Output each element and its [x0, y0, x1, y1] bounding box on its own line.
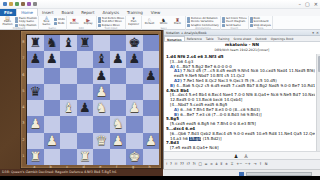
quick-access-toolbar[interactable] — [3, 2, 37, 6]
ribbon-tab-board[interactable]: Board — [57, 9, 77, 16]
button-label: Replay — [84, 23, 93, 26]
square-a6[interactable] — [27, 68, 44, 84]
square-f3[interactable]: ♞ — [110, 116, 127, 132]
annotation-symbol-button[interactable]: ∞ — [210, 162, 213, 166]
square-e6[interactable]: ♟ — [93, 68, 110, 84]
ribbon-group-game: ♙New GameUndoRedoGame — [39, 16, 67, 30]
tab-openings-book[interactable]: Openings Book — [269, 36, 296, 41]
paste-position-button[interactable]: ▤Paste Position — [1, 16, 14, 27]
minimize-icon[interactable]: – — [299, 0, 302, 9]
square-a8[interactable]: ♜ — [27, 35, 44, 51]
annotation-symbol-button[interactable]: ? — [170, 162, 172, 166]
tab-reference[interactable]: Reference — [185, 36, 204, 41]
square-c3[interactable] — [60, 116, 77, 132]
current-move[interactable]: 15.g4 — [189, 137, 201, 141]
button-label: Default — [145, 23, 154, 26]
square-f6[interactable] — [110, 68, 127, 84]
square-c2[interactable] — [60, 133, 77, 149]
piece-white-pawn: ♟ — [110, 133, 127, 149]
square-f7[interactable]: ♟ — [110, 51, 127, 67]
square-c5[interactable] — [60, 84, 77, 100]
square-e5[interactable]: ♟ — [93, 84, 110, 100]
piece-white-knight: ♞ — [93, 100, 110, 116]
ribbon-group-edit: ✖Delete▶ReplayEdit — [67, 16, 97, 30]
square-a5[interactable]: ♛ — [27, 84, 44, 100]
piece-black-knight: ♞ — [44, 35, 61, 51]
button-label: Plan Explorer — [127, 21, 140, 27]
piece-black-pawn: ♟ — [143, 68, 160, 84]
ribbon-group-annotations: Remove All NotationDelete VariationsGrap… — [186, 16, 221, 30]
square-h3[interactable] — [143, 116, 160, 132]
close-icon[interactable]: ✕ — [314, 0, 318, 9]
square-d4[interactable]: ♟ — [77, 100, 94, 116]
square-a4[interactable] — [27, 100, 44, 116]
square-b1[interactable] — [44, 149, 61, 165]
square-e2[interactable]: ♛ — [93, 133, 110, 149]
button-label: Black — [174, 23, 181, 26]
plan-explorer-button[interactable]: ▾Plan Explorer — [127, 16, 140, 27]
annotation-symbol-button[interactable]: ?! — [192, 162, 195, 166]
square-b8[interactable]: ♞ — [44, 35, 61, 51]
square-b4[interactable] — [44, 100, 61, 116]
status-bar-right — [163, 169, 320, 176]
default-button[interactable]: ♘Default — [143, 18, 156, 26]
square-g3[interactable] — [126, 116, 143, 132]
piece-white-rook: ♜ — [27, 149, 44, 165]
piece-black-bishop: ♝ — [93, 51, 110, 67]
annotation-symbol-button[interactable]: = — [204, 162, 207, 166]
redo-button[interactable]: Redo — [54, 22, 65, 25]
tab-table[interactable]: Table — [204, 36, 216, 41]
notation-footer-icons[interactable]: ♟ ♙ — [164, 151, 320, 159]
square-d7[interactable] — [77, 51, 94, 67]
window-controls: – ▢ ✕ — [299, 0, 318, 9]
annotation-symbol-button[interactable]: !? — [186, 162, 189, 166]
tab-score-sheet[interactable]: Score sheet — [231, 36, 253, 41]
tab-notation[interactable]: Notation — [164, 36, 185, 41]
ribbon-tab-view[interactable]: View — [147, 9, 165, 16]
ribbon-tab-report[interactable]: Report — [77, 9, 98, 16]
piece-white-bishop: ♝ — [60, 100, 77, 116]
event-label: DB9/Wch team 1942-2021/[cover] — [164, 48, 320, 52]
new-game-button[interactable]: ♙New Game — [40, 16, 53, 27]
square-g1[interactable]: ♚ — [126, 149, 143, 165]
square-e8[interactable] — [93, 35, 110, 51]
piece-white-pawn: ♟ — [44, 133, 61, 149]
opening-name-label: D38: Queen's Gambit Declined: Ragozin De… — [0, 169, 163, 176]
tab-training[interactable]: Training — [216, 36, 232, 41]
annotation-symbol-button[interactable]: → — [253, 162, 256, 166]
square-g6[interactable] — [126, 68, 143, 84]
annotation-symbol-button[interactable]: ! — [166, 162, 167, 166]
piece-black-rook: ♜ — [27, 35, 44, 51]
progress-bar — [246, 172, 312, 176]
ribbon-tab-home[interactable]: Home — [16, 8, 38, 16]
item-icon — [54, 22, 57, 25]
piece-white-rook: ♜ — [77, 149, 94, 165]
square-f1[interactable] — [110, 149, 127, 165]
ribbon-group-misc: ▾Plan Explorer — [126, 16, 142, 30]
replay-button[interactable]: ▶Replay — [82, 18, 95, 26]
main-area: 87654321 ♜♞♝♜♚♟♟♝♟♟♟♟♛♟♝♟♞♟♟♞♟♛♟♟♜♜♚ abc… — [0, 30, 320, 169]
square-d2[interactable] — [77, 133, 94, 149]
new-icon[interactable] — [3, 2, 7, 6]
square-d3[interactable] — [77, 116, 94, 132]
square-e1[interactable] — [93, 149, 110, 165]
square-a2[interactable] — [27, 133, 44, 149]
piece-black-pawn: ♟ — [93, 68, 110, 84]
button-label: Delete — [70, 23, 79, 26]
square-e7[interactable]: ♝ — [93, 51, 110, 67]
chess-board[interactable]: ♜♞♝♜♚♟♟♝♟♟♟♟♛♟♝♟♞♟♟♞♟♛♟♟♜♜♚ — [26, 34, 158, 164]
square-d8[interactable]: ♜ — [77, 35, 94, 51]
square-b7[interactable]: ♟ — [44, 51, 61, 67]
ribbon-tab-analysis[interactable]: Analysis — [99, 9, 123, 16]
annotation-symbol-button[interactable]: □ — [198, 162, 201, 166]
board-icon[interactable] — [21, 2, 25, 6]
square-e3[interactable] — [93, 116, 110, 132]
piece-black-king: ♚ — [126, 35, 143, 51]
piece-white-queen: ♛ — [93, 133, 110, 149]
ribbon-group-tools: BookScoreboardStop AnalysisTools — [249, 16, 273, 30]
annotation-symbol-button[interactable]: ⩱ — [220, 162, 222, 166]
square-c7[interactable] — [60, 51, 77, 67]
piece-white-pawn: ♟ — [27, 116, 44, 132]
square-h6[interactable]: ♟ — [143, 68, 160, 84]
square-a7[interactable]: ♟ — [27, 51, 44, 67]
ribbon-group-text-input: Text Before MoveText After MoveReplace M… — [97, 16, 126, 30]
square-f4[interactable] — [110, 100, 127, 116]
square-h2[interactable]: ♟ — [143, 133, 160, 149]
square-a3[interactable]: ♟ — [27, 116, 44, 132]
square-g4[interactable]: ♟ — [126, 100, 143, 116]
undo-icon[interactable] — [33, 2, 37, 6]
square-f2[interactable]: ♟ — [110, 133, 127, 149]
letterbox-strip — [0, 176, 320, 180]
piece-black-queen: ♛ — [27, 84, 44, 100]
piece-white-pawn: ♟ — [143, 133, 160, 149]
ribbon-group-clipboard: ▤Paste PositionPaste PositionCopy GameCo… — [0, 16, 39, 30]
square-f5[interactable] — [110, 84, 127, 100]
annotation-symbol-button[interactable]: ∓ — [231, 162, 234, 166]
notation-scrollbar[interactable] — [316, 54, 320, 151]
annotation-symbol-button[interactable]: ± — [225, 162, 228, 166]
piece-white-knight: ♞ — [110, 116, 127, 132]
status-bar: D38: Queen's Gambit Declined: Ragozin De… — [0, 169, 320, 176]
board-pane: 87654321 ♜♞♝♜♚♟♟♝♟♟♟♟♛♟♝♟♞♟♟♞♟♛♟♟♜♜♚ abc… — [0, 30, 163, 169]
button-label: New Game — [40, 21, 53, 27]
piece-black-pawn: ♟ — [44, 51, 61, 67]
square-d1[interactable]: ♜ — [77, 149, 94, 165]
maximize-icon[interactable]: ▢ — [305, 0, 310, 9]
square-h5[interactable] — [143, 84, 160, 100]
status-chip — [239, 172, 244, 176]
ribbon: ▤Paste PositionPaste PositionCopy GameCo… — [0, 16, 320, 30]
annotation-symbol-button[interactable]: ⩲ — [216, 162, 218, 166]
piece-black-pawn: ♟ — [77, 100, 94, 116]
notation[interactable]: 1.d4 Nf6 2.c4 e6 3.Nf3 d5[3...b6 4.g3A) … — [166, 55, 315, 151]
black-button[interactable]: ♜Black — [171, 18, 184, 26]
annotation-symbol-button[interactable]: N — [265, 162, 268, 166]
annotation-symbol-button[interactable]: !! — [175, 162, 178, 166]
square-h1[interactable] — [143, 149, 160, 165]
button-label: White — [160, 23, 168, 26]
square-g2[interactable] — [126, 133, 143, 149]
ribbon-group-save: ♘Default♞White♜BlackSave — [142, 16, 186, 30]
piece-black-rook: ♜ — [77, 35, 94, 51]
annotation-symbol-button[interactable]: +− — [236, 162, 242, 166]
square-b3[interactable] — [44, 116, 61, 132]
delete-button[interactable]: ✖Delete — [68, 18, 81, 26]
notation-pane: Notation + Analysis/Book ▾✕ NotationRefe… — [163, 30, 320, 169]
pane-title-text: Notation + Analysis/Book — [166, 31, 206, 35]
piece-black-pawn: ♟ — [27, 51, 44, 67]
square-f8[interactable] — [110, 35, 127, 51]
square-c1[interactable] — [60, 149, 77, 165]
square-a1[interactable]: ♜ — [27, 149, 44, 165]
annotation-symbol-button[interactable]: ?? — [180, 162, 184, 166]
board-frame: 87654321 ♜♞♝♜♚♟♟♝♟♟♟♟♛♟♝♟♞♟♟♞♟♛♟♟♜♜♚ abc… — [20, 30, 162, 169]
square-g5[interactable] — [126, 84, 143, 100]
tab-outlook[interactable]: Outlook — [253, 36, 269, 41]
chessbase-window: – ▢ ✕ FileHomeInsertBoardReportAnalysisT… — [0, 0, 320, 180]
ribbon-group-insert: Set Clock TimesInsert DiagramSend GameIn… — [221, 16, 249, 30]
button-label: Paste Position — [1, 21, 14, 27]
title-bar: – ▢ ✕ — [0, 0, 320, 9]
square-c4[interactable]: ♝ — [60, 100, 77, 116]
annotation-symbol-toolbar[interactable]: !?!!??!??!□=∞⩲⩱±∓+−−+→↑N — [164, 159, 320, 169]
piece-black-pawn: ♟ — [126, 51, 143, 67]
square-b6[interactable] — [44, 68, 61, 84]
square-h4[interactable] — [143, 100, 160, 116]
engine-icon[interactable] — [27, 2, 31, 6]
square-d6[interactable] — [77, 68, 94, 84]
white-button[interactable]: ♞White — [157, 18, 170, 26]
piece-white-king: ♚ — [126, 149, 143, 165]
game-header: mkatonio - NN DB9/Wch team 1942-2021/[co… — [164, 42, 320, 54]
save-icon[interactable] — [15, 2, 19, 6]
square-e4[interactable]: ♞ — [93, 100, 110, 116]
piece-black-pawn: ♟ — [110, 51, 127, 67]
piece-white-pawn: ♟ — [126, 100, 143, 116]
square-g7[interactable]: ♟ — [126, 51, 143, 67]
square-c6[interactable] — [60, 68, 77, 84]
square-g8[interactable]: ♚ — [126, 35, 143, 51]
square-h7[interactable] — [143, 51, 160, 67]
piece-black-bishop: ♝ — [60, 35, 77, 51]
square-b2[interactable]: ♟ — [44, 133, 61, 149]
piece-white-pawn: ♟ — [93, 84, 110, 100]
annotation-symbol-button[interactable]: ↑ — [259, 162, 262, 166]
item-label: Redo — [58, 22, 65, 25]
square-c8[interactable]: ♝ — [60, 35, 77, 51]
open-icon[interactable] — [9, 2, 13, 6]
square-h8[interactable] — [143, 35, 160, 51]
square-b5[interactable] — [44, 84, 61, 100]
annotation-symbol-button[interactable]: −+ — [245, 162, 251, 166]
square-d5[interactable] — [77, 84, 94, 100]
